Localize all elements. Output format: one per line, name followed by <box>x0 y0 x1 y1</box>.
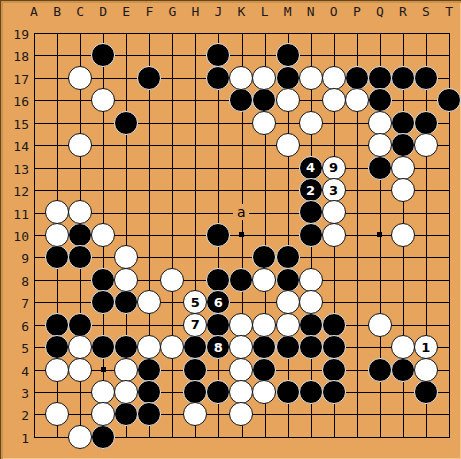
stone-black-L16 <box>252 88 276 112</box>
stone-white-C5 <box>68 335 92 359</box>
stone-white-F5 <box>137 335 161 359</box>
stone-black-J6 <box>206 313 230 337</box>
stone-black-M3 <box>276 380 300 404</box>
stone-white-O11 <box>322 200 346 224</box>
stone-white-F7 <box>137 290 161 314</box>
stone-white-E3 <box>114 380 138 404</box>
stone-black-Q13 <box>368 156 392 180</box>
stone-black-J5: 8 <box>206 335 230 359</box>
stone-black-T16 <box>437 88 461 112</box>
stone-white-E9 <box>114 245 138 269</box>
stone-white-Q6 <box>368 313 392 337</box>
col-label-M: M <box>284 4 292 19</box>
col-label-N: N <box>307 4 315 19</box>
stone-black-E7 <box>114 290 138 314</box>
stone-white-P16 <box>345 88 369 112</box>
stone-black-L4 <box>252 358 276 382</box>
stone-black-K8 <box>229 268 253 292</box>
move-number-6: 6 <box>214 296 223 309</box>
stone-black-L5 <box>252 335 276 359</box>
stone-black-J8 <box>206 268 230 292</box>
stone-black-E2 <box>114 402 138 426</box>
move-number-4: 4 <box>306 161 315 174</box>
stone-black-F2 <box>137 402 161 426</box>
stone-white-S5: 1 <box>414 335 438 359</box>
stone-black-C6 <box>68 313 92 337</box>
stone-black-N5 <box>299 335 323 359</box>
stone-black-D18 <box>91 43 115 67</box>
stone-black-J7: 6 <box>206 290 230 314</box>
stone-white-Q14 <box>368 133 392 157</box>
stone-black-F3 <box>137 380 161 404</box>
stone-black-Q16 <box>368 88 392 112</box>
stone-black-J3 <box>206 380 230 404</box>
stone-white-Q15 <box>368 111 392 135</box>
stone-black-J10 <box>206 223 230 247</box>
col-label-D: D <box>99 4 107 19</box>
stone-white-D10 <box>91 223 115 247</box>
stone-black-M18 <box>276 43 300 67</box>
stone-white-R13 <box>391 156 415 180</box>
stone-black-E5 <box>114 335 138 359</box>
go-board: a426893571 <box>22 22 460 448</box>
stone-black-R17 <box>391 66 415 90</box>
move-number-9: 9 <box>329 161 338 174</box>
stone-black-R15 <box>391 111 415 135</box>
col-label-O: O <box>330 4 338 19</box>
stone-black-O6 <box>322 313 346 337</box>
stone-black-N11 <box>299 200 323 224</box>
stone-white-N8 <box>299 268 323 292</box>
stone-white-B11 <box>45 200 69 224</box>
stone-black-D8 <box>91 268 115 292</box>
stone-white-L17 <box>252 66 276 90</box>
stone-white-L3 <box>252 380 276 404</box>
stone-black-M8 <box>276 268 300 292</box>
go-board-diagram: ABCDEFGHJKLMNOPQRST191817161514131211109… <box>0 0 461 459</box>
stone-white-D16 <box>91 88 115 112</box>
stone-white-D2 <box>91 402 115 426</box>
stone-black-P17 <box>345 66 369 90</box>
stone-black-D5 <box>91 335 115 359</box>
stone-white-N17 <box>299 66 323 90</box>
stone-white-K17 <box>229 66 253 90</box>
stone-white-M16 <box>276 88 300 112</box>
col-label-C: C <box>76 4 84 19</box>
col-label-R: R <box>399 4 407 19</box>
stone-black-S17 <box>414 66 438 90</box>
stone-black-K16 <box>229 88 253 112</box>
stone-white-O16 <box>322 88 346 112</box>
stone-white-H6: 7 <box>183 313 207 337</box>
stone-white-M6 <box>276 313 300 337</box>
stone-black-M17 <box>276 66 300 90</box>
stone-white-M14 <box>276 133 300 157</box>
col-label-G: G <box>168 4 176 19</box>
stone-black-F4 <box>137 358 161 382</box>
col-label-E: E <box>122 4 130 19</box>
stone-white-G8 <box>160 268 184 292</box>
stone-white-C11 <box>68 200 92 224</box>
stone-black-Q17 <box>368 66 392 90</box>
stone-black-C9 <box>68 245 92 269</box>
stone-white-B4 <box>45 358 69 382</box>
stone-white-K4 <box>229 358 253 382</box>
move-number-1: 1 <box>421 341 430 354</box>
stone-white-L15 <box>252 111 276 135</box>
point-label-a: a <box>233 204 249 220</box>
move-number-7: 7 <box>191 318 200 331</box>
stone-white-N15 <box>299 111 323 135</box>
col-label-Q: Q <box>376 4 384 19</box>
stone-black-R14 <box>391 133 415 157</box>
stone-black-R4 <box>391 358 415 382</box>
stone-black-O3 <box>322 380 346 404</box>
stone-white-K2 <box>229 402 253 426</box>
stone-white-C1 <box>68 425 92 449</box>
stone-black-S15 <box>414 111 438 135</box>
col-label-F: F <box>145 4 153 19</box>
stone-white-O12: 3 <box>322 178 346 202</box>
stone-white-B2 <box>45 402 69 426</box>
stone-black-S3 <box>414 380 438 404</box>
stone-black-D1 <box>91 425 115 449</box>
col-label-A: A <box>30 4 38 19</box>
stone-black-N10 <box>299 223 323 247</box>
stone-white-C14 <box>68 133 92 157</box>
stone-white-S14 <box>414 133 438 157</box>
stone-black-D7 <box>91 290 115 314</box>
stone-black-H5 <box>183 335 207 359</box>
stone-white-K3 <box>229 380 253 404</box>
col-label-J: J <box>215 4 223 19</box>
stone-black-L9 <box>252 245 276 269</box>
col-label-P: P <box>353 4 361 19</box>
stone-black-O4 <box>322 358 346 382</box>
star-point-Q10 <box>377 232 382 237</box>
stone-black-N6 <box>299 313 323 337</box>
stone-white-H2 <box>183 402 207 426</box>
col-label-B: B <box>53 4 61 19</box>
stone-black-B9 <box>45 245 69 269</box>
move-number-8: 8 <box>214 341 223 354</box>
stone-black-O5 <box>322 335 346 359</box>
stone-white-H7: 5 <box>183 290 207 314</box>
stone-white-K5 <box>229 335 253 359</box>
stone-black-M9 <box>276 245 300 269</box>
stone-black-H4 <box>183 358 207 382</box>
stone-white-E4 <box>114 358 138 382</box>
move-number-5: 5 <box>191 296 200 309</box>
stone-white-R5 <box>391 335 415 359</box>
stone-white-E8 <box>114 268 138 292</box>
stone-white-K6 <box>229 313 253 337</box>
stone-black-Q4 <box>368 358 392 382</box>
col-label-T: T <box>445 4 453 19</box>
stone-black-J17 <box>206 66 230 90</box>
stone-black-N13: 4 <box>299 156 323 180</box>
col-label-S: S <box>422 4 430 19</box>
stone-white-O13: 9 <box>322 156 346 180</box>
stone-white-R12 <box>391 178 415 202</box>
star-point-K10 <box>239 232 244 237</box>
stone-white-O17 <box>322 66 346 90</box>
stone-black-B6 <box>45 313 69 337</box>
stone-white-C17 <box>68 66 92 90</box>
col-label-H: H <box>191 4 199 19</box>
stone-white-C4 <box>68 358 92 382</box>
stone-white-M7 <box>276 290 300 314</box>
stone-black-J18 <box>206 43 230 67</box>
stone-black-N12: 2 <box>299 178 323 202</box>
stone-black-E15 <box>114 111 138 135</box>
move-number-2: 2 <box>306 184 315 197</box>
stone-white-S4 <box>414 358 438 382</box>
stone-white-N7 <box>299 290 323 314</box>
col-label-L: L <box>261 4 269 19</box>
stone-black-N3 <box>299 380 323 404</box>
stone-black-B5 <box>45 335 69 359</box>
stone-black-H3 <box>183 380 207 404</box>
stone-white-L6 <box>252 313 276 337</box>
stone-black-C10 <box>68 223 92 247</box>
stone-black-M5 <box>276 335 300 359</box>
stone-white-G5 <box>160 335 184 359</box>
stone-white-L8 <box>252 268 276 292</box>
stone-white-R10 <box>391 223 415 247</box>
move-number-3: 3 <box>329 184 338 197</box>
col-label-K: K <box>238 4 246 19</box>
stone-black-F17 <box>137 66 161 90</box>
star-point-D4 <box>101 367 106 372</box>
stone-white-D3 <box>91 380 115 404</box>
stone-white-O10 <box>322 223 346 247</box>
stone-white-B10 <box>45 223 69 247</box>
